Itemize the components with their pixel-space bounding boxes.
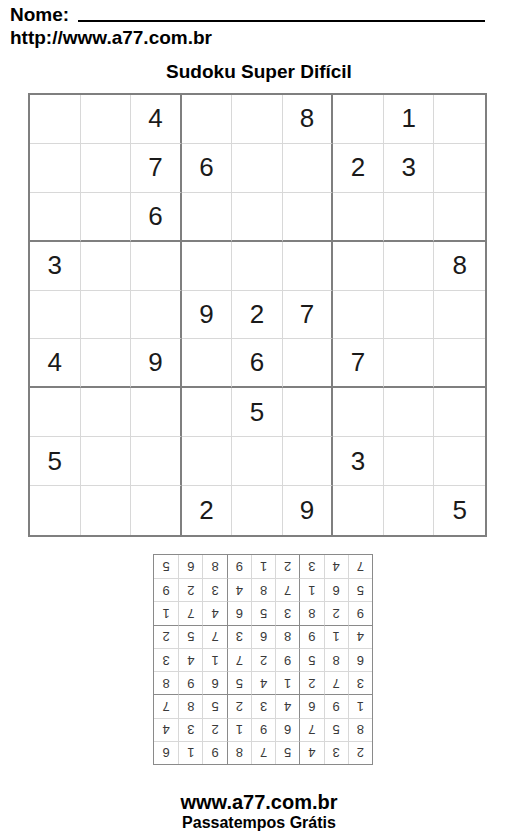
- solution-cell-r7c3: 8: [299, 601, 323, 624]
- solution-cell-r9c4: 2: [275, 555, 299, 578]
- puzzle-cell-r1c9: [434, 95, 485, 144]
- solution-cell-r6c7: 7: [202, 625, 226, 648]
- puzzle-cell-r7c7: [333, 388, 384, 437]
- solution-cell-r1c3: 4: [299, 741, 323, 764]
- puzzle-cell-r4c1: 3: [30, 242, 81, 291]
- solution-cell-r2c5: 9: [251, 718, 275, 741]
- solution-cell-r1c6: 8: [227, 741, 251, 764]
- puzzle-cell-r3c3: 6: [131, 193, 182, 242]
- puzzle-cell-r5c4: 9: [182, 291, 233, 340]
- puzzle-cell-r4c3: [131, 242, 182, 291]
- solution-cell-r7c5: 5: [251, 601, 275, 624]
- solution-cell-r5c4: 9: [275, 648, 299, 671]
- puzzle-cell-r9c2: [81, 486, 132, 535]
- solution-cell-r8c1: 5: [348, 578, 372, 601]
- puzzle-cell-r8c2: [81, 437, 132, 486]
- solution-cell-r3c6: 2: [227, 694, 251, 717]
- puzzle-cell-r6c3: 9: [131, 339, 182, 388]
- puzzle-cell-r6c9: [434, 339, 485, 388]
- solution-cell-r6c8: 5: [178, 625, 202, 648]
- puzzle-cell-r8c1: 5: [30, 437, 81, 486]
- solution-cell-r2c8: 3: [178, 718, 202, 741]
- solution-cell-r7c4: 3: [275, 601, 299, 624]
- puzzle-cell-r4c2: [81, 242, 132, 291]
- solution-cell-r1c8: 1: [178, 741, 202, 764]
- puzzle-cell-r4c8: [384, 242, 435, 291]
- solution-cell-r2c7: 2: [202, 718, 226, 741]
- solution-cell-r7c9: 1: [154, 601, 178, 624]
- solution-cell-r7c8: 7: [178, 601, 202, 624]
- solution-cell-r8c6: 4: [227, 578, 251, 601]
- puzzle-cell-r5c3: [131, 291, 182, 340]
- solution-cell-r3c1: 1: [348, 694, 372, 717]
- puzzle-cell-r4c9: 8: [434, 242, 485, 291]
- site-url: http://www.a77.com.br: [10, 27, 508, 48]
- solution-cell-r8c4: 7: [275, 578, 299, 601]
- puzzle-cell-r7c4: [182, 388, 233, 437]
- puzzle-cell-r5c6: 7: [283, 291, 334, 340]
- solution-cell-r4c8: 9: [178, 671, 202, 694]
- solution-cell-r4c4: 1: [275, 671, 299, 694]
- solution-cell-r9c1: 7: [348, 555, 372, 578]
- solution-cell-r5c5: 2: [251, 648, 275, 671]
- solution-cell-r6c2: 1: [324, 625, 348, 648]
- solution-cell-r8c8: 2: [178, 578, 202, 601]
- solution-cell-r5c2: 8: [324, 648, 348, 671]
- puzzle-cell-r2c6: [283, 144, 334, 193]
- name-blank-line: [78, 4, 485, 22]
- solution-cell-r8c9: 9: [154, 578, 178, 601]
- solution-cell-r4c1: 3: [348, 671, 372, 694]
- solution-cell-r3c8: 8: [178, 694, 202, 717]
- puzzle-cell-r1c3: 4: [131, 95, 182, 144]
- solution-cell-r8c5: 8: [251, 578, 275, 601]
- solution-cell-r6c9: 2: [154, 625, 178, 648]
- puzzle-cell-r3c4: [182, 193, 233, 242]
- solution-cell-r8c7: 3: [202, 578, 226, 601]
- puzzle-cell-r5c2: [81, 291, 132, 340]
- solution-cell-r5c3: 5: [299, 648, 323, 671]
- puzzle-cell-r8c8: [384, 437, 435, 486]
- puzzle-cell-r3c5: [232, 193, 283, 242]
- puzzle-cell-r9c1: [30, 486, 81, 535]
- solution-cell-r3c3: 6: [299, 694, 323, 717]
- name-row: Nome:: [10, 4, 508, 25]
- puzzle-cell-r6c5: 6: [232, 339, 283, 388]
- puzzle-cell-r4c7: [333, 242, 384, 291]
- solution-cell-r5c9: 3: [154, 648, 178, 671]
- puzzle-cell-r1c1: [30, 95, 81, 144]
- footer-tagline: Passatempos Grátis: [0, 814, 518, 832]
- solution-cell-r5c1: 6: [348, 648, 372, 671]
- puzzle-cell-r3c8: [384, 193, 435, 242]
- solution-cell-r1c9: 6: [154, 741, 178, 764]
- solution-cell-r3c7: 5: [202, 694, 226, 717]
- sudoku-solution-grid-rotated-180: 2345789168576912341964325873721456986859…: [153, 554, 373, 765]
- solution-cell-r6c5: 6: [251, 625, 275, 648]
- solution-cell-r7c6: 6: [227, 601, 251, 624]
- puzzle-cell-r1c6: 8: [283, 95, 334, 144]
- solution-cell-r9c2: 4: [324, 555, 348, 578]
- puzzle-cell-r8c6: [283, 437, 334, 486]
- solution-cell-r6c6: 3: [227, 625, 251, 648]
- solution-cell-r9c9: 5: [154, 555, 178, 578]
- solution-cell-r7c2: 2: [324, 601, 348, 624]
- solution-cell-r2c1: 8: [348, 718, 372, 741]
- puzzle-cell-r9c4: 2: [182, 486, 233, 535]
- puzzle-cell-r5c9: [434, 291, 485, 340]
- solution-cell-r2c9: 4: [154, 718, 178, 741]
- puzzle-cell-r7c2: [81, 388, 132, 437]
- puzzle-cell-r7c1: [30, 388, 81, 437]
- puzzle-cell-r2c1: [30, 144, 81, 193]
- solution-cell-r9c8: 6: [178, 555, 202, 578]
- solution-cell-r5c8: 4: [178, 648, 202, 671]
- puzzle-cell-r1c5: [232, 95, 283, 144]
- puzzle-cell-r9c6: 9: [283, 486, 334, 535]
- puzzle-cell-r5c5: 2: [232, 291, 283, 340]
- puzzle-cell-r3c6: [283, 193, 334, 242]
- puzzle-cell-r7c9: [434, 388, 485, 437]
- puzzle-cell-r3c1: [30, 193, 81, 242]
- solution-cell-r8c3: 1: [299, 578, 323, 601]
- solution-cell-r4c7: 6: [202, 671, 226, 694]
- solution-cell-r3c4: 4: [275, 694, 299, 717]
- puzzle-cell-r8c4: [182, 437, 233, 486]
- solution-cell-r1c4: 5: [275, 741, 299, 764]
- puzzle-cell-r2c9: [434, 144, 485, 193]
- solution-cell-r1c2: 3: [324, 741, 348, 764]
- solution-cell-r5c7: 1: [202, 648, 226, 671]
- puzzle-cell-r1c7: [333, 95, 384, 144]
- puzzle-cell-r9c3: [131, 486, 182, 535]
- solution-cell-r7c7: 4: [202, 601, 226, 624]
- solution-cell-r6c4: 8: [275, 625, 299, 648]
- solution-cell-r6c3: 9: [299, 625, 323, 648]
- puzzle-cell-r1c2: [81, 95, 132, 144]
- puzzle-cell-r2c3: 7: [131, 144, 182, 193]
- solution-cell-r1c1: 2: [348, 741, 372, 764]
- solution-cell-r9c3: 3: [299, 555, 323, 578]
- solution-cell-r9c5: 1: [251, 555, 275, 578]
- puzzle-cell-r1c8: 1: [384, 95, 435, 144]
- sudoku-puzzle-grid: 48176236389274967553295: [28, 93, 487, 537]
- footer-site: www.a77.com.br: [0, 791, 518, 814]
- puzzle-cell-r9c8: [384, 486, 435, 535]
- puzzle-cell-r3c2: [81, 193, 132, 242]
- puzzle-cell-r2c2: [81, 144, 132, 193]
- puzzle-cell-r2c4: 6: [182, 144, 233, 193]
- solution-cell-r2c2: 5: [324, 718, 348, 741]
- page-header: Nome: http://www.a77.com.br: [0, 0, 518, 48]
- puzzle-cell-r8c9: [434, 437, 485, 486]
- solution-cell-r2c4: 6: [275, 718, 299, 741]
- puzzle-cell-r9c9: 5: [434, 486, 485, 535]
- solution-cell-r4c3: 2: [299, 671, 323, 694]
- solution-cell-r4c2: 7: [324, 671, 348, 694]
- solution-cell-r3c9: 7: [154, 694, 178, 717]
- puzzle-cell-r2c5: [232, 144, 283, 193]
- puzzle-cell-r5c7: [333, 291, 384, 340]
- solution-cell-r2c3: 7: [299, 718, 323, 741]
- puzzle-cell-r2c7: 2: [333, 144, 384, 193]
- solution-cell-r3c2: 9: [324, 694, 348, 717]
- puzzle-cell-r1c4: [182, 95, 233, 144]
- puzzle-cell-r8c7: 3: [333, 437, 384, 486]
- solution-cell-r6c1: 4: [348, 625, 372, 648]
- solution-cell-r4c5: 4: [251, 671, 275, 694]
- solution-cell-r4c6: 5: [227, 671, 251, 694]
- puzzle-cell-r7c3: [131, 388, 182, 437]
- puzzle-cell-r6c4: [182, 339, 233, 388]
- page-footer: www.a77.com.br Passatempos Grátis: [0, 791, 518, 832]
- puzzle-cell-r3c9: [434, 193, 485, 242]
- puzzle-cell-r6c1: 4: [30, 339, 81, 388]
- solution-cell-r1c5: 7: [251, 741, 275, 764]
- puzzle-cell-r6c6: [283, 339, 334, 388]
- solution-cell-r5c6: 7: [227, 648, 251, 671]
- puzzle-cell-r4c5: [232, 242, 283, 291]
- puzzle-cell-r4c4: [182, 242, 233, 291]
- solution-cell-r4c9: 8: [154, 671, 178, 694]
- solution-cell-r8c2: 6: [324, 578, 348, 601]
- solution-cell-r1c7: 9: [202, 741, 226, 764]
- puzzle-cell-r3c7: [333, 193, 384, 242]
- puzzle-cell-r8c5: [232, 437, 283, 486]
- puzzle-cell-r6c2: [81, 339, 132, 388]
- puzzle-cell-r7c8: [384, 388, 435, 437]
- puzzle-cell-r7c5: 5: [232, 388, 283, 437]
- puzzle-cell-r2c8: 3: [384, 144, 435, 193]
- puzzle-cell-r9c7: [333, 486, 384, 535]
- puzzle-cell-r4c6: [283, 242, 334, 291]
- puzzle-cell-r5c1: [30, 291, 81, 340]
- puzzle-cell-r6c8: [384, 339, 435, 388]
- solution-cell-r3c5: 3: [251, 694, 275, 717]
- puzzle-cell-r6c7: 7: [333, 339, 384, 388]
- puzzle-cell-r5c8: [384, 291, 435, 340]
- solution-cell-r9c6: 9: [227, 555, 251, 578]
- solution-cell-r2c6: 1: [227, 718, 251, 741]
- name-label: Nome:: [10, 4, 69, 25]
- puzzle-cell-r9c5: [232, 486, 283, 535]
- puzzle-cell-r7c6: [283, 388, 334, 437]
- solution-cell-r9c7: 8: [202, 555, 226, 578]
- puzzle-cell-r8c3: [131, 437, 182, 486]
- page-title: Sudoku Super Difícil: [0, 61, 518, 83]
- solution-cell-r7c1: 9: [348, 601, 372, 624]
